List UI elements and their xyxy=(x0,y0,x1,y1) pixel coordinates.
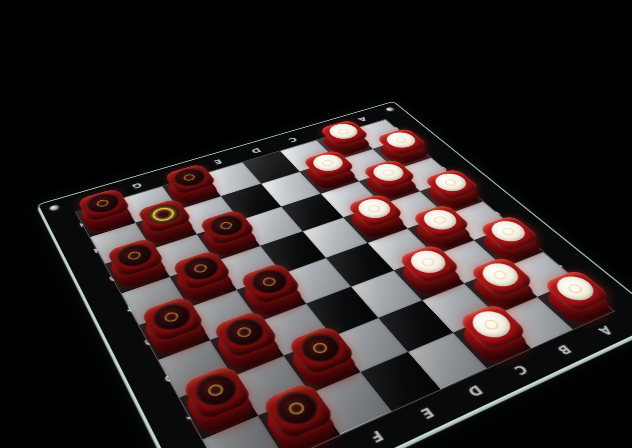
gold-swirl-emblem-icon xyxy=(432,215,448,225)
gold-swirl-emblem-icon xyxy=(491,269,509,280)
gold-swirl-emblem-icon xyxy=(182,173,196,181)
gold-swirl-emblem-icon xyxy=(96,198,111,207)
gold-swirl-emblem-icon xyxy=(235,325,253,338)
gold-swirl-emblem-icon xyxy=(150,205,178,222)
gold-swirl-emblem-icon xyxy=(261,275,278,287)
gold-swirl-emblem-icon xyxy=(500,226,517,236)
gold-swirl-emblem-icon xyxy=(206,382,225,397)
corner-rivet xyxy=(385,107,395,112)
checkers-board: HGFEDCBA HGFEDCBA 12345678 12345678 xyxy=(39,102,632,448)
gold-swirl-emblem-icon xyxy=(311,341,330,355)
gold-swirl-emblem-icon xyxy=(163,310,180,323)
gold-swirl-emblem-icon xyxy=(482,318,501,331)
gold-swirl-emblem-icon xyxy=(566,282,585,294)
scene-3d: HGFEDCBA HGFEDCBA 12345678 12345678 xyxy=(0,0,632,448)
gold-swirl-emblem-icon xyxy=(419,256,436,267)
gold-swirl-emblem-icon xyxy=(321,159,336,167)
gold-swirl-emblem-icon xyxy=(394,136,408,144)
corner-rivet xyxy=(49,204,60,211)
photo-background: HGFEDCBA HGFEDCBA 12345678 12345678 xyxy=(0,0,632,448)
gold-swirl-emblem-icon xyxy=(219,220,235,230)
gold-swirl-emblem-icon xyxy=(443,178,459,187)
gold-swirl-emblem-icon xyxy=(193,262,210,273)
gold-swirl-emblem-icon xyxy=(366,204,382,213)
gold-swirl-emblem-icon xyxy=(287,400,307,416)
gold-swirl-emblem-icon xyxy=(127,250,143,261)
gold-swirl-emblem-icon xyxy=(381,168,396,176)
gold-swirl-emblem-icon xyxy=(337,128,351,135)
